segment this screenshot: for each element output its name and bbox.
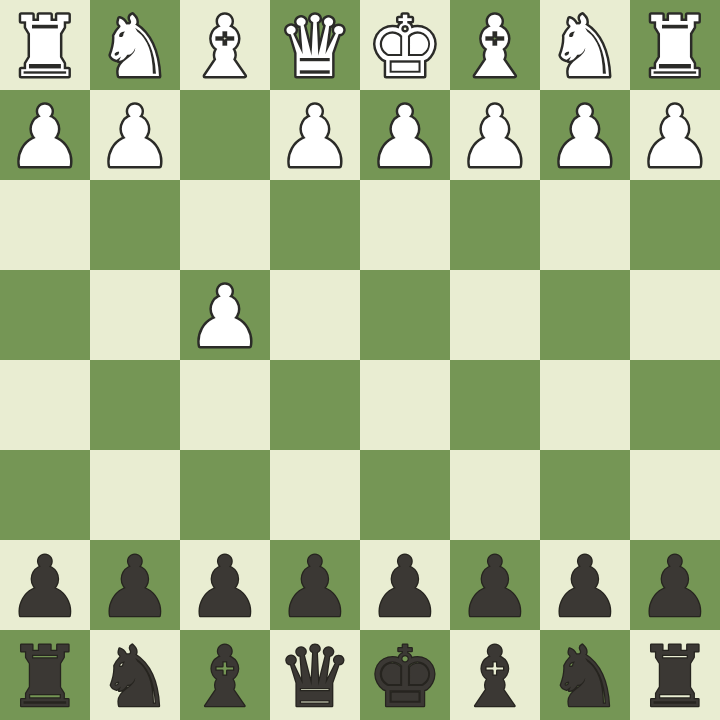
square-e4[interactable]: [270, 270, 360, 360]
piece-white-queen[interactable]: ♛: [270, 0, 360, 90]
square-b6[interactable]: [540, 450, 630, 540]
piece-black-bishop[interactable]: ♝: [450, 630, 540, 720]
svg-text:♟: ♟: [457, 90, 532, 180]
square-c6[interactable]: [450, 450, 540, 540]
square-b2[interactable]: ♟: [540, 90, 630, 180]
square-a3[interactable]: [630, 180, 720, 270]
svg-text:♟: ♟: [637, 540, 712, 630]
square-g7[interactable]: ♟: [90, 540, 180, 630]
svg-text:♝: ♝: [187, 0, 262, 90]
square-b8[interactable]: ♞: [540, 630, 630, 720]
piece-white-pawn[interactable]: ♟: [450, 90, 540, 180]
svg-text:♟: ♟: [277, 90, 352, 180]
square-d4[interactable]: [360, 270, 450, 360]
square-g3[interactable]: [90, 180, 180, 270]
svg-text:♞: ♞: [97, 0, 172, 90]
square-e7[interactable]: ♟: [270, 540, 360, 630]
square-a6[interactable]: [630, 450, 720, 540]
svg-text:♟: ♟: [367, 90, 442, 180]
square-f7[interactable]: ♟: [180, 540, 270, 630]
square-c4[interactable]: [450, 270, 540, 360]
square-b5[interactable]: [540, 360, 630, 450]
square-f6[interactable]: [180, 450, 270, 540]
svg-text:♟: ♟: [7, 540, 82, 630]
piece-black-pawn[interactable]: ♟: [180, 540, 270, 630]
square-e3[interactable]: [270, 180, 360, 270]
square-d2[interactable]: ♟: [360, 90, 450, 180]
svg-text:♜: ♜: [7, 630, 82, 720]
piece-black-bishop[interactable]: ♝: [180, 630, 270, 720]
square-f2[interactable]: [180, 90, 270, 180]
square-d1[interactable]: ♚: [360, 0, 450, 90]
svg-text:♟: ♟: [277, 540, 352, 630]
piece-white-knight[interactable]: ♞: [540, 0, 630, 90]
svg-text:♞: ♞: [97, 630, 172, 720]
piece-white-knight[interactable]: ♞: [90, 0, 180, 90]
piece-white-pawn[interactable]: ♟: [540, 90, 630, 180]
square-h7[interactable]: ♟: [0, 540, 90, 630]
square-f8[interactable]: ♝: [180, 630, 270, 720]
square-a1[interactable]: ♜: [630, 0, 720, 90]
svg-text:♜: ♜: [637, 0, 712, 90]
svg-text:♟: ♟: [457, 540, 532, 630]
square-b4[interactable]: [540, 270, 630, 360]
piece-white-pawn[interactable]: ♟: [360, 90, 450, 180]
chess-board: ♜♞♝♛♚♝♞♜♟♟♟♟♟♟♟♟♟♟♟♟♟♟♟♟♜♞♝♛♚♝♞♜: [0, 0, 720, 720]
square-h2[interactable]: ♟: [0, 90, 90, 180]
square-d8[interactable]: ♚: [360, 630, 450, 720]
square-e8[interactable]: ♛: [270, 630, 360, 720]
svg-text:♞: ♞: [547, 630, 622, 720]
square-f1[interactable]: ♝: [180, 0, 270, 90]
svg-text:♛: ♛: [277, 630, 352, 720]
square-f4[interactable]: ♟: [180, 270, 270, 360]
square-g8[interactable]: ♞: [90, 630, 180, 720]
piece-white-bishop[interactable]: ♝: [180, 0, 270, 90]
piece-black-pawn[interactable]: ♟: [270, 540, 360, 630]
svg-text:♟: ♟: [547, 90, 622, 180]
piece-white-rook[interactable]: ♜: [630, 0, 720, 90]
square-g4[interactable]: [90, 270, 180, 360]
square-g2[interactable]: ♟: [90, 90, 180, 180]
square-f5[interactable]: [180, 360, 270, 450]
piece-black-king[interactable]: ♚: [360, 630, 450, 720]
piece-white-king[interactable]: ♚: [360, 0, 450, 90]
square-c3[interactable]: [450, 180, 540, 270]
square-d5[interactable]: [360, 360, 450, 450]
square-a8[interactable]: ♜: [630, 630, 720, 720]
square-e6[interactable]: [270, 450, 360, 540]
svg-text:♞: ♞: [547, 0, 622, 90]
square-c7[interactable]: ♟: [450, 540, 540, 630]
svg-text:♟: ♟: [97, 540, 172, 630]
piece-black-queen[interactable]: ♛: [270, 630, 360, 720]
square-b3[interactable]: [540, 180, 630, 270]
piece-white-pawn[interactable]: ♟: [180, 270, 270, 360]
square-f3[interactable]: [180, 180, 270, 270]
square-c2[interactable]: ♟: [450, 90, 540, 180]
square-g5[interactable]: [90, 360, 180, 450]
piece-black-pawn[interactable]: ♟: [540, 540, 630, 630]
square-b1[interactable]: ♞: [540, 0, 630, 90]
square-h5[interactable]: [0, 360, 90, 450]
piece-black-pawn[interactable]: ♟: [450, 540, 540, 630]
piece-white-rook[interactable]: ♜: [0, 0, 90, 90]
svg-text:♟: ♟: [187, 270, 262, 360]
svg-text:♟: ♟: [637, 90, 712, 180]
square-e1[interactable]: ♛: [270, 0, 360, 90]
piece-white-pawn[interactable]: ♟: [90, 90, 180, 180]
square-c1[interactable]: ♝: [450, 0, 540, 90]
piece-white-pawn[interactable]: ♟: [270, 90, 360, 180]
square-h1[interactable]: ♜: [0, 0, 90, 90]
svg-text:♟: ♟: [187, 540, 262, 630]
svg-text:♜: ♜: [637, 630, 712, 720]
svg-text:♚: ♚: [367, 0, 442, 90]
square-c8[interactable]: ♝: [450, 630, 540, 720]
piece-black-pawn[interactable]: ♟: [90, 540, 180, 630]
piece-black-rook[interactable]: ♜: [630, 630, 720, 720]
piece-white-pawn[interactable]: ♟: [630, 90, 720, 180]
square-d7[interactable]: ♟: [360, 540, 450, 630]
svg-text:♟: ♟: [7, 90, 82, 180]
svg-text:♜: ♜: [7, 0, 82, 90]
square-h6[interactable]: [0, 450, 90, 540]
square-g6[interactable]: [90, 450, 180, 540]
svg-text:♝: ♝: [457, 630, 532, 720]
square-c5[interactable]: [450, 360, 540, 450]
square-d3[interactable]: [360, 180, 450, 270]
piece-white-pawn[interactable]: ♟: [0, 90, 90, 180]
svg-text:♟: ♟: [97, 90, 172, 180]
square-g1[interactable]: ♞: [90, 0, 180, 90]
square-h8[interactable]: ♜: [0, 630, 90, 720]
piece-black-rook[interactable]: ♜: [0, 630, 90, 720]
square-d6[interactable]: [360, 450, 450, 540]
square-a2[interactable]: ♟: [630, 90, 720, 180]
piece-white-bishop[interactable]: ♝: [450, 0, 540, 90]
piece-black-pawn[interactable]: ♟: [630, 540, 720, 630]
piece-black-pawn[interactable]: ♟: [0, 540, 90, 630]
svg-text:♟: ♟: [547, 540, 622, 630]
square-a5[interactable]: [630, 360, 720, 450]
square-h3[interactable]: [0, 180, 90, 270]
square-a7[interactable]: ♟: [630, 540, 720, 630]
svg-text:♟: ♟: [367, 540, 442, 630]
svg-text:♛: ♛: [277, 0, 352, 90]
square-e5[interactable]: [270, 360, 360, 450]
piece-black-knight[interactable]: ♞: [540, 630, 630, 720]
piece-black-knight[interactable]: ♞: [90, 630, 180, 720]
square-h4[interactable]: [0, 270, 90, 360]
square-b7[interactable]: ♟: [540, 540, 630, 630]
piece-black-pawn[interactable]: ♟: [360, 540, 450, 630]
svg-text:♝: ♝: [457, 0, 532, 90]
square-a4[interactable]: [630, 270, 720, 360]
square-e2[interactable]: ♟: [270, 90, 360, 180]
svg-text:♚: ♚: [367, 630, 442, 720]
svg-text:♝: ♝: [187, 630, 262, 720]
